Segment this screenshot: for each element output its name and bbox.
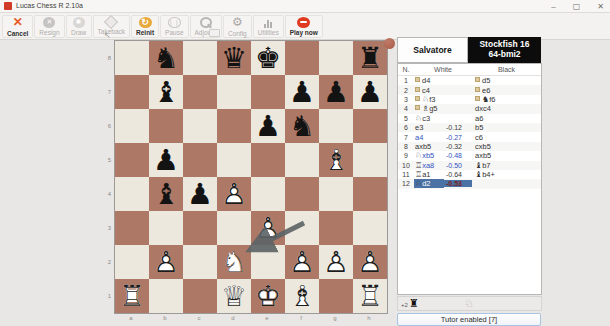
white-rook-outline-h1: ♖ [353,279,387,313]
move-number: 4 [398,105,414,112]
moves-table: N. White Black 1d4d52c4e63♘f3♞f64♗g5dxc4… [397,63,542,295]
white-pawn-outline-e3: ♙ [251,211,285,245]
move-number: 10 [398,162,414,169]
square-d7[interactable] [217,75,251,109]
player-black-name: Stockfish 16 64-bmi2 [468,37,541,63]
file-label-g: g [318,315,352,321]
window-controls: –▢✕ [551,0,604,13]
utilities-button[interactable]: Utilities [253,15,284,38]
black-pawn-c4[interactable]: ♟ [183,177,217,211]
moves-header: N. White Black [398,64,541,76]
square-c4[interactable]: ♟ [183,177,217,211]
black-pawn-f7[interactable]: ♟ [285,75,319,109]
file-label-a: a [114,315,148,321]
draw-label: Draw [71,29,86,36]
rank-label-8: 8 [103,41,114,75]
move-text: f3 [429,95,435,104]
black-move-cell-4[interactable]: dxc4 [472,104,541,113]
eval-value: -0.48 [446,152,462,159]
move-text: xa8 [422,161,434,170]
black-bishop-b4[interactable]: ♝ [149,177,183,211]
eval-cell-8: -0.32 [444,143,472,150]
move-text: e6 [482,86,490,95]
config-button[interactable]: ⚙Config [223,15,252,38]
square-d2[interactable]: ♞♘ [217,245,251,279]
move-text: b7 [482,161,490,170]
square-a2[interactable] [115,245,149,279]
engine-name-line2: 64-bmi2 [488,50,520,60]
white-king-outline-e1: ♔ [251,279,285,313]
square-h7[interactable]: ♟ [353,75,387,109]
square-f2[interactable]: ♟♙ [285,245,319,279]
turn-indicator-ball [384,38,395,49]
square-e3[interactable]: ♟♙ [251,211,285,245]
square-e7[interactable] [251,75,285,109]
move-text: axb5 [415,142,431,151]
move-number: 11 [398,171,414,178]
adjourn-icon [200,17,212,28]
square-d6[interactable] [217,109,251,143]
move-row-1: 1d4d5 [398,76,541,85]
square-h5[interactable] [353,143,387,177]
square-d1[interactable]: ♛♕ [217,279,251,313]
resign-icon: ✕ [43,17,55,28]
black-pawn-g7[interactable]: ♟ [319,75,353,109]
draw-button[interactable]: ✱Draw [66,15,92,38]
square-h8[interactable]: ♜ [353,41,387,75]
white-move-cell-7[interactable]: a4 [414,133,444,142]
move-text: c6 [475,133,483,142]
move-row-6: 6e3-0.12b5 [398,123,541,132]
move-rows: 1d4d52c4e63♘f3♞f64♗g5dxc45♘c3a66e3-0.12b… [398,76,541,189]
square-g7[interactable]: ♟ [319,75,353,109]
square-h1[interactable]: ♜♖ [353,279,387,313]
eval-value: -0.12 [446,124,462,131]
square-g6[interactable] [319,109,353,143]
square-e4[interactable] [251,177,285,211]
chess-board: ♞♛♚♜♝♟♟♟♟♞♟♝♗♝♟♟♙♟♙♟♙♞♘♟♙♟♙♟♙♜♖♛♕♚♔♝♗♜♖ [114,40,388,314]
move-text: b4+ [482,170,495,179]
file-label-e: e [250,315,284,321]
eval-cell-7: -0.27 [444,134,472,141]
takeback-icon [104,15,118,29]
move-number: 1 [398,77,414,84]
file-label-f: f [284,315,318,321]
book-icon [415,96,420,101]
move-row-11: 11♖a1-0.64♝b4+ [398,170,541,179]
playnow-label: Play now [290,29,318,36]
square-h4[interactable] [353,177,387,211]
white-move-cell-4[interactable]: ♗g5 [414,104,444,113]
square-d8[interactable]: ♛ [217,41,251,75]
material-bar: +2 ♜ ♘ [397,296,542,311]
file-label-b: b [148,315,182,321]
eval-cell-10: -0.50 [444,162,472,169]
square-f1[interactable]: ♝♗ [285,279,319,313]
config-icon: ⚙ [231,16,244,29]
square-e8[interactable]: ♚ [251,41,285,75]
eval-cell-6: -0.12 [444,124,472,131]
move-text: d4 [422,76,430,85]
move-text: d2 [422,179,430,188]
app-logo-icon [4,2,12,10]
eval-value: -0.50 [446,162,462,169]
black-king-e8[interactable]: ♚ [251,41,285,75]
rank-label-1: 1 [103,279,114,313]
title-bar: Lucas Chess R 2.10a –▢✕ [0,0,610,13]
move-text: a4 [415,133,423,142]
white-move-cell-12[interactable]: ♘d2 [414,179,444,188]
reinit-button[interactable]: ↻Reinit [131,15,159,38]
cancel-icon: ✕ [11,16,24,29]
square-a8[interactable] [115,41,149,75]
black-bishop-b7[interactable]: ♝ [149,75,183,109]
square-e1[interactable]: ♚♔ [251,279,285,313]
square-b1[interactable] [149,279,183,313]
white-rook-outline-a1: ♖ [115,279,149,313]
square-f3[interactable] [285,211,319,245]
utilities-icon [262,17,275,28]
reinit-icon: ↻ [139,17,152,28]
square-b5[interactable]: ♟ [149,143,183,177]
white-move-cell-8[interactable]: axb5 [414,142,444,151]
rank-labels: 87654321 [103,41,114,313]
tutor-enabled-button[interactable]: Tutor enabled [7] [397,313,541,326]
white-move-cell-11[interactable]: ♖a1 [414,170,444,179]
header-black: Black [472,66,541,73]
move-text: d5 [482,76,490,85]
square-f8[interactable] [285,41,319,75]
black-pawn-b5[interactable]: ♟ [149,143,183,177]
white-pawn-outline-g2: ♙ [319,245,353,279]
book-icon [415,77,420,82]
move-row-2: 2c4e6 [398,85,541,94]
eval-value: -0.27 [446,134,462,141]
white-pawn-outline-f2: ♙ [285,245,319,279]
square-b2[interactable]: ♟♙ [149,245,183,279]
rank-label-6: 6 [103,109,114,143]
white-pawn-outline-h2: ♙ [353,245,387,279]
move-text: a6 [475,114,483,123]
square-d4[interactable]: ♟♙ [217,177,251,211]
move-text: cxb5 [475,142,491,151]
black-move-cell-2[interactable]: e6 [472,86,541,95]
file-label-h: h [352,315,386,321]
resign-label: Resign [39,29,59,36]
white-move-cell-6[interactable]: e3 [414,123,444,132]
eval-value: -0.32 [446,143,462,150]
black-move-cell-11[interactable]: ♝b4+ [472,170,541,179]
window-title: Lucas Chess R 2.10a [16,2,83,9]
move-row-7: 7a4-0.27c6 [398,132,541,141]
square-g1[interactable] [319,279,353,313]
square-c3[interactable] [183,211,217,245]
captured-rook-icon: ♜ [409,297,419,310]
square-b3[interactable] [149,211,183,245]
black-knight-f6[interactable]: ♞ [285,109,319,143]
white-pawn-outline-b2: ♙ [149,245,183,279]
square-b7[interactable]: ♝ [149,75,183,109]
takeback-button[interactable]: Takeback [93,15,130,38]
move-text: e3 [415,123,423,132]
square-g4[interactable] [319,177,353,211]
square-g5[interactable]: ♝♗ [319,143,353,177]
white-move-cell-9[interactable]: ♘xb5 [414,151,444,160]
square-c8[interactable] [183,41,217,75]
square-f5[interactable] [285,143,319,177]
black-move-cell-5[interactable]: a6 [472,114,541,123]
playnow-icon [297,17,310,28]
black-move-cell-3[interactable]: ♞f6 [472,95,541,104]
white-move-cell-5[interactable]: ♘c3 [414,114,444,123]
move-text: dxc4 [475,104,491,113]
square-d3[interactable] [217,211,251,245]
white-queen-outline-d1: ♕ [217,279,251,313]
square-f7[interactable]: ♟ [285,75,319,109]
file-label-d: d [216,315,250,321]
pause-icon: ❘❘ [168,17,181,28]
move-number: 2 [398,87,414,94]
move-row-8: 8axb5-0.32cxb5 [398,142,541,151]
square-e5[interactable] [251,143,285,177]
file-labels: abcdefgh [114,315,386,321]
header-number: N. [398,66,414,73]
move-number: 12 [398,180,414,187]
book-icon [475,87,480,92]
move-row-12: 12♘d2-0.53 [398,179,541,188]
rank-label-7: 7 [103,75,114,109]
minimize-button[interactable]: – [551,3,555,11]
pause-label: Pause [165,29,183,36]
toolbar: ✕Cancel✕Resign✱DrawTakeback↻Reinit❘❘Paus… [0,13,610,40]
eval-value: -0.64 [446,171,462,178]
square-c5[interactable] [183,143,217,177]
white-bishop-outline-g5: ♗ [319,143,353,177]
white-knight-outline-d2: ♘ [217,245,251,279]
square-c6[interactable] [183,109,217,143]
black-move-cell-1[interactable]: d5 [472,76,541,85]
tutor-knight-icon[interactable]: ♘ [464,297,474,310]
reinit-label: Reinit [136,29,154,36]
square-c2[interactable] [183,245,217,279]
move-text: c4 [422,86,430,95]
white-move-cell-2[interactable]: c4 [414,86,444,95]
square-h3[interactable] [353,211,387,245]
square-g3[interactable] [319,211,353,245]
pause-button[interactable]: ❘❘Pause [160,15,188,38]
square-c7[interactable] [183,75,217,109]
maximize-button[interactable]: ▢ [573,3,581,11]
move-text: xb5 [422,151,434,160]
file-label-c: c [182,315,216,321]
square-c1[interactable] [183,279,217,313]
takeback-label: Takeback [98,28,125,35]
draw-icon: ✱ [73,17,85,28]
move-row-4: 4♗g5dxc4 [398,104,541,113]
move-number: 6 [398,124,414,131]
black-pawn-e6[interactable]: ♟ [251,109,285,143]
move-row-9: 9♘xb5-0.48axb5 [398,151,541,160]
eval-cell-11: -0.64 [444,171,472,178]
move-row-5: 5♘c3a6 [398,114,541,123]
square-f4[interactable] [285,177,319,211]
white-move-cell-10[interactable]: ♖xa8 [414,161,444,170]
move-text: g5 [429,104,437,113]
move-number: 9 [398,152,414,159]
player-white-name: Salvatore [397,37,468,63]
cancel-label: Cancel [7,30,28,37]
move-number: 5 [398,115,414,122]
board-resize-icon[interactable]: ↖ [104,31,111,40]
square-a1[interactable]: ♜♖ [115,279,149,313]
move-text: f6 [489,95,495,104]
square-a3[interactable] [115,211,149,245]
black-move-cell-9[interactable]: axb5 [472,151,541,160]
black-move-cell-10[interactable]: ♝b7 [472,161,541,170]
square-e6[interactable]: ♟ [251,109,285,143]
move-text: b5 [475,123,483,132]
utilities-label: Utilities [258,29,279,36]
eval-value: -0.53 [446,180,462,187]
resign-button[interactable]: ✕Resign [34,15,64,38]
book-icon [475,96,480,101]
move-row-10: 10♖xa8-0.50♝b7 [398,161,541,170]
black-knight-b8[interactable]: ♞ [149,41,183,75]
square-b4[interactable]: ♝ [149,177,183,211]
white-pawn-outline-d4: ♙ [217,177,251,211]
splitter-handle[interactable] [209,29,220,37]
black-move-cell-7[interactable]: c6 [472,133,541,142]
square-f6[interactable]: ♞ [285,109,319,143]
move-text: c3 [422,114,430,123]
black-move-cell-8[interactable]: cxb5 [472,142,541,151]
move-number: 8 [398,143,414,150]
config-label: Config [228,30,247,37]
black-pawn-h7[interactable]: ♟ [353,75,387,109]
rank-label-5: 5 [103,143,114,177]
book-icon [415,105,420,110]
book-icon [415,87,420,92]
cancel-button[interactable]: ✕Cancel [2,15,33,38]
rank-label-2: 2 [103,245,114,279]
rank-label-4: 4 [103,177,114,211]
header-white: White [414,66,472,73]
black-rook-h8[interactable]: ♜ [353,41,387,75]
square-g2[interactable]: ♟♙ [319,245,353,279]
square-a5[interactable] [115,143,149,177]
move-text: a1 [422,170,430,179]
square-b6[interactable] [149,109,183,143]
square-h2[interactable]: ♟♙ [353,245,387,279]
white-move-cell-1[interactable]: d4 [414,76,444,85]
square-e2[interactable] [251,245,285,279]
square-a4[interactable] [115,177,149,211]
move-row-3: 3♘f3♞f6 [398,95,541,104]
move-text: axb5 [475,151,491,160]
square-a6[interactable] [115,109,149,143]
move-number: 7 [398,134,414,141]
black-move-cell-6[interactable]: b5 [472,123,541,132]
white-bishop-outline-f1: ♗ [285,279,319,313]
close-button[interactable]: ✕ [597,3,604,11]
eval-cell-12: -0.53 [444,180,472,187]
playnow-button[interactable]: Play now [285,15,323,38]
eval-cell-9: -0.48 [444,152,472,159]
square-b8[interactable]: ♞ [149,41,183,75]
square-d5[interactable] [217,143,251,177]
white-move-cell-3[interactable]: ♘f3 [414,95,444,104]
square-g8[interactable] [319,41,353,75]
square-h6[interactable] [353,109,387,143]
move-number: 3 [398,96,414,103]
square-a7[interactable] [115,75,149,109]
book-icon [475,77,480,82]
material-advantage: +2 [401,302,408,308]
black-queen-d8[interactable]: ♛ [217,41,251,75]
rank-label-3: 3 [103,211,114,245]
